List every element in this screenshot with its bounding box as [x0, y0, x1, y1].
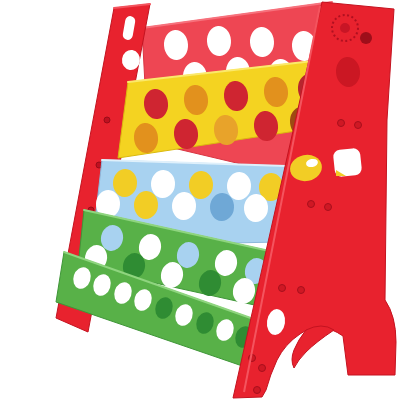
product-photo-stage: children's plastic tiered bookshelf / bo…	[0, 0, 400, 400]
bookshelf-product-photo	[0, 0, 400, 400]
